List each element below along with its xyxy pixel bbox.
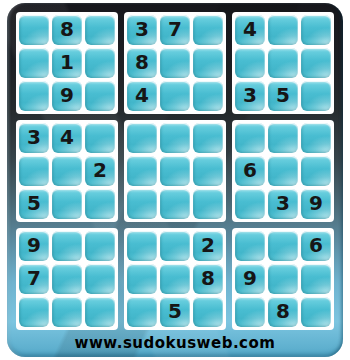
cell-r8c8[interactable]: [268, 264, 298, 294]
cell-r5c6[interactable]: [193, 156, 223, 186]
cell-r3c2[interactable]: 9: [52, 81, 82, 111]
cell-r4c4[interactable]: [127, 123, 157, 153]
cell-r2c5[interactable]: [160, 48, 190, 78]
given-digit: 4: [60, 127, 74, 147]
cell-r5c7[interactable]: 6: [235, 156, 265, 186]
cell-r6c2[interactable]: [52, 189, 82, 219]
given-digit: 1: [60, 52, 74, 72]
given-digit: 2: [201, 235, 215, 255]
given-digit: 3: [27, 127, 41, 147]
given-digit: 8: [60, 19, 74, 39]
cell-r1c4[interactable]: 3: [127, 15, 157, 45]
cell-r7c1[interactable]: 9: [19, 231, 49, 261]
cell-r3c6[interactable]: [193, 81, 223, 111]
cell-r3c1[interactable]: [19, 81, 49, 111]
cell-r1c3[interactable]: [85, 15, 115, 45]
given-digit: 9: [60, 85, 74, 105]
cell-r2c4[interactable]: 8: [127, 48, 157, 78]
cell-r9c1[interactable]: [19, 297, 49, 327]
given-digit: 5: [27, 193, 41, 213]
cell-r6c7[interactable]: [235, 189, 265, 219]
box-9: 698: [232, 228, 334, 330]
given-digit: 8: [201, 268, 215, 288]
cell-r7c6[interactable]: 2: [193, 231, 223, 261]
cell-r4c2[interactable]: 4: [52, 123, 82, 153]
cell-r1c2[interactable]: 8: [52, 15, 82, 45]
cell-r9c3[interactable]: [85, 297, 115, 327]
cell-r4c6[interactable]: [193, 123, 223, 153]
given-digit: 3: [135, 19, 149, 39]
box-3: 435: [232, 12, 334, 114]
cell-r1c5[interactable]: 7: [160, 15, 190, 45]
site-url[interactable]: www.sudokusweb.com: [7, 334, 343, 352]
cell-r4c7[interactable]: [235, 123, 265, 153]
cell-r8c4[interactable]: [127, 264, 157, 294]
cell-r6c8[interactable]: 3: [268, 189, 298, 219]
site-url-text: www.sudokusweb.com: [75, 334, 276, 352]
given-digit: 3: [276, 193, 290, 213]
cell-r1c7[interactable]: 4: [235, 15, 265, 45]
given-digit: 9: [243, 268, 257, 288]
cell-r3c7[interactable]: 3: [235, 81, 265, 111]
given-digit: 5: [168, 301, 182, 321]
cell-r2c6[interactable]: [193, 48, 223, 78]
cell-r9c2[interactable]: [52, 297, 82, 327]
cell-r7c7[interactable]: [235, 231, 265, 261]
cell-r2c3[interactable]: [85, 48, 115, 78]
cell-r4c3[interactable]: [85, 123, 115, 153]
cell-r8c2[interactable]: [52, 264, 82, 294]
given-digit: 9: [309, 193, 323, 213]
cell-r7c5[interactable]: [160, 231, 190, 261]
cell-r6c9[interactable]: 9: [301, 189, 331, 219]
cell-r8c3[interactable]: [85, 264, 115, 294]
cell-r9c7[interactable]: [235, 297, 265, 327]
given-digit: 6: [309, 235, 323, 255]
box-5: [124, 120, 226, 222]
cell-r3c4[interactable]: 4: [127, 81, 157, 111]
given-digit: 8: [276, 301, 290, 321]
cell-r5c3[interactable]: 2: [85, 156, 115, 186]
cell-r9c9[interactable]: [301, 297, 331, 327]
cell-r4c1[interactable]: 3: [19, 123, 49, 153]
cell-r9c5[interactable]: 5: [160, 297, 190, 327]
cell-r3c8[interactable]: 5: [268, 81, 298, 111]
cell-r7c4[interactable]: [127, 231, 157, 261]
cell-r9c6[interactable]: [193, 297, 223, 327]
cell-r8c1[interactable]: 7: [19, 264, 49, 294]
box-7: 97: [16, 228, 118, 330]
box-4: 3425: [16, 120, 118, 222]
cell-r8c9[interactable]: [301, 264, 331, 294]
box-6: 639: [232, 120, 334, 222]
sudoku-grid: 8193784435342563997285698: [16, 12, 334, 330]
cell-r3c9[interactable]: [301, 81, 331, 111]
cell-r8c7[interactable]: 9: [235, 264, 265, 294]
cell-r1c6[interactable]: [193, 15, 223, 45]
given-digit: 5: [276, 85, 290, 105]
given-digit: 7: [27, 268, 41, 288]
cell-r7c9[interactable]: 6: [301, 231, 331, 261]
cell-r2c9[interactable]: [301, 48, 331, 78]
cell-r5c2[interactable]: [52, 156, 82, 186]
cell-r7c3[interactable]: [85, 231, 115, 261]
given-digit: 6: [243, 160, 257, 180]
cell-r6c1[interactable]: 5: [19, 189, 49, 219]
box-1: 819: [16, 12, 118, 114]
cell-r6c6[interactable]: [193, 189, 223, 219]
cell-r3c5[interactable]: [160, 81, 190, 111]
given-digit: 9: [27, 235, 41, 255]
cell-r6c3[interactable]: [85, 189, 115, 219]
cell-r4c5[interactable]: [160, 123, 190, 153]
cell-r5c8[interactable]: [268, 156, 298, 186]
cell-r2c8[interactable]: [268, 48, 298, 78]
cell-r9c4[interactable]: [127, 297, 157, 327]
cell-r1c8[interactable]: [268, 15, 298, 45]
cell-r2c7[interactable]: [235, 48, 265, 78]
given-digit: 7: [168, 19, 182, 39]
cell-r6c5[interactable]: [160, 189, 190, 219]
cell-r5c9[interactable]: [301, 156, 331, 186]
cell-r4c9[interactable]: [301, 123, 331, 153]
cell-r8c5[interactable]: [160, 264, 190, 294]
given-digit: 4: [243, 19, 257, 39]
given-digit: 8: [135, 52, 149, 72]
given-digit: 2: [93, 160, 107, 180]
cell-r7c2[interactable]: [52, 231, 82, 261]
cell-r9c8[interactable]: 8: [268, 297, 298, 327]
cell-r2c1[interactable]: [19, 48, 49, 78]
sudoku-board-frame: 8193784435342563997285698 www.sudokusweb…: [7, 3, 343, 357]
cell-r6c4[interactable]: [127, 189, 157, 219]
given-digit: 3: [243, 85, 257, 105]
box-2: 3784: [124, 12, 226, 114]
cell-r1c1[interactable]: [19, 15, 49, 45]
cell-r4c8[interactable]: [268, 123, 298, 153]
given-digit: 4: [135, 85, 149, 105]
cell-r5c5[interactable]: [160, 156, 190, 186]
cell-r2c2[interactable]: 1: [52, 48, 82, 78]
cell-r7c8[interactable]: [268, 231, 298, 261]
cell-r1c9[interactable]: [301, 15, 331, 45]
cell-r8c6[interactable]: 8: [193, 264, 223, 294]
box-8: 285: [124, 228, 226, 330]
cell-r3c3[interactable]: [85, 81, 115, 111]
cell-r5c4[interactable]: [127, 156, 157, 186]
cell-r5c1[interactable]: [19, 156, 49, 186]
